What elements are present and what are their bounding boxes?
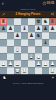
square-c7[interactable] bbox=[14, 25, 21, 32]
square-f7[interactable]: ♟ bbox=[35, 25, 42, 32]
square-g4[interactable] bbox=[42, 46, 49, 53]
square-d7[interactable]: ♝ bbox=[21, 25, 28, 32]
square-e8[interactable] bbox=[28, 18, 35, 25]
square-h1[interactable]: ♜ bbox=[49, 67, 56, 74]
square-f4[interactable] bbox=[35, 46, 42, 53]
square-a4[interactable] bbox=[0, 46, 7, 53]
square-b4[interactable] bbox=[7, 46, 14, 53]
task-band: 2 Hanging Pieces bbox=[0, 11, 56, 17]
turn-label: White to Move bbox=[0, 7, 56, 10]
black-pawn-e6[interactable]: ♟ bbox=[28, 32, 35, 39]
white-pawn-g2[interactable]: ♟ bbox=[42, 60, 49, 67]
square-g7[interactable]: ♟ bbox=[42, 25, 49, 32]
square-b7[interactable]: ♟ bbox=[7, 25, 14, 32]
chess-app: ‹ ⋯ 00:05 White to Move 2 Hanging Pieces… bbox=[0, 0, 56, 100]
white-rook-h1[interactable]: ♜ bbox=[49, 67, 56, 74]
pencil-icon[interactable] bbox=[2, 12, 5, 15]
black-pawn-f7[interactable]: ♟ bbox=[35, 25, 42, 32]
square-e7[interactable] bbox=[28, 25, 35, 32]
level-caption: Level 6 - Core Skills: Defenses bbox=[0, 82, 56, 84]
square-e4[interactable] bbox=[28, 46, 35, 53]
black-knight-f6[interactable]: ♞ bbox=[35, 32, 42, 39]
black-king-f8[interactable]: ♚ bbox=[35, 18, 42, 25]
square-d6[interactable] bbox=[21, 32, 28, 39]
square-f2[interactable]: ♟ bbox=[35, 60, 42, 67]
black-bishop-d7[interactable]: ♝ bbox=[21, 25, 28, 32]
square-h2[interactable]: ♟ bbox=[49, 60, 56, 67]
square-h5[interactable] bbox=[49, 39, 56, 46]
square-c2[interactable]: ♟ bbox=[14, 60, 21, 67]
square-d4[interactable] bbox=[21, 46, 28, 53]
square-a8[interactable]: ♜ bbox=[0, 18, 7, 25]
square-g2[interactable]: ♟ bbox=[42, 60, 49, 67]
square-e3[interactable]: ♛ bbox=[28, 53, 35, 60]
chess-board: ♜♚♞♜♟♟♝♟♟♟♟♟♞♝♝♛♞♟♟♟♟♟♟♚♜♜ bbox=[0, 18, 56, 74]
square-a6[interactable] bbox=[0, 32, 7, 39]
white-pawn-h2[interactable]: ♟ bbox=[49, 60, 56, 67]
black-pawn-g7[interactable]: ♟ bbox=[42, 25, 49, 32]
square-b3[interactable] bbox=[7, 53, 14, 60]
black-knight-g8[interactable]: ♞ bbox=[42, 18, 49, 25]
square-h7[interactable]: ♟ bbox=[49, 25, 56, 32]
white-king-c1[interactable]: ♚ bbox=[14, 67, 21, 74]
square-b6[interactable] bbox=[7, 32, 14, 39]
white-rook-d1[interactable]: ♜ bbox=[21, 67, 28, 74]
square-f8[interactable]: ♚ bbox=[35, 18, 42, 25]
square-c4[interactable]: ♝ bbox=[14, 46, 21, 53]
square-g6[interactable] bbox=[42, 32, 49, 39]
square-d2[interactable] bbox=[21, 60, 28, 67]
square-c3[interactable] bbox=[14, 53, 21, 60]
square-h8[interactable]: ♜ bbox=[49, 18, 56, 25]
black-rook-h8[interactable]: ♜ bbox=[49, 18, 56, 25]
square-h3[interactable] bbox=[49, 53, 56, 60]
skip-forward-button[interactable]: » bbox=[52, 75, 54, 80]
square-f3[interactable]: ♞ bbox=[35, 53, 42, 60]
square-e6[interactable]: ♟ bbox=[28, 32, 35, 39]
white-bishop-c4[interactable]: ♝ bbox=[14, 46, 21, 53]
square-b5[interactable] bbox=[7, 39, 14, 46]
square-a2[interactable]: ♟ bbox=[0, 60, 7, 67]
square-c1[interactable]: ♚ bbox=[14, 67, 21, 74]
white-pawn-f2[interactable]: ♟ bbox=[35, 60, 42, 67]
square-g5[interactable]: ♝ bbox=[42, 39, 49, 46]
black-pawn-c6[interactable]: ♟ bbox=[14, 32, 21, 39]
black-pawn-b7[interactable]: ♟ bbox=[7, 25, 14, 32]
black-pawn-a7[interactable]: ♟ bbox=[0, 25, 7, 32]
square-c8[interactable] bbox=[14, 18, 21, 25]
black-bishop-g5[interactable]: ♝ bbox=[42, 39, 49, 46]
white-knight-icon[interactable]: ♞ bbox=[2, 75, 6, 80]
square-g3[interactable] bbox=[42, 53, 49, 60]
clock-icon bbox=[43, 2, 46, 5]
square-f6[interactable]: ♞ bbox=[35, 32, 42, 39]
white-pawn-b2[interactable]: ♟ bbox=[7, 60, 14, 67]
square-a7[interactable]: ♟ bbox=[0, 25, 7, 32]
square-g8[interactable]: ♞ bbox=[42, 18, 49, 25]
square-b2[interactable]: ♟ bbox=[7, 60, 14, 67]
square-e5[interactable] bbox=[28, 39, 35, 46]
square-e2[interactable] bbox=[28, 60, 35, 67]
top-bar: ‹ ⋯ 00:05 bbox=[0, 0, 56, 7]
square-d1[interactable]: ♜ bbox=[21, 67, 28, 74]
black-pawn-h7[interactable]: ♟ bbox=[49, 25, 56, 32]
square-a1[interactable] bbox=[0, 67, 7, 74]
task-title: 2 Hanging Pieces bbox=[16, 12, 41, 15]
share-icon[interactable] bbox=[51, 12, 54, 15]
square-a3[interactable] bbox=[0, 53, 7, 60]
square-c5[interactable] bbox=[14, 39, 21, 46]
footer-bar: ♞ » bbox=[0, 74, 56, 82]
white-knight-f3[interactable]: ♞ bbox=[35, 53, 42, 60]
black-rook-a8[interactable]: ♜ bbox=[0, 18, 7, 25]
square-d3[interactable] bbox=[21, 53, 28, 60]
square-d5[interactable] bbox=[21, 39, 28, 46]
square-b8[interactable] bbox=[7, 18, 14, 25]
square-h4[interactable] bbox=[49, 46, 56, 53]
square-e1[interactable] bbox=[28, 67, 35, 74]
square-h6[interactable] bbox=[49, 32, 56, 39]
square-a5[interactable] bbox=[0, 39, 7, 46]
menu-dots-icon[interactable]: ⋯ bbox=[0, 2, 56, 5]
square-b1[interactable] bbox=[7, 67, 14, 74]
white-pawn-c2[interactable]: ♟ bbox=[14, 60, 21, 67]
square-g1[interactable] bbox=[42, 67, 49, 74]
white-queen-e3[interactable]: ♛ bbox=[28, 53, 35, 60]
white-pawn-a2[interactable]: ♟ bbox=[0, 60, 7, 67]
square-f5[interactable] bbox=[35, 39, 42, 46]
square-d8[interactable] bbox=[21, 18, 28, 25]
square-c6[interactable]: ♟ bbox=[14, 32, 21, 39]
square-f1[interactable] bbox=[35, 67, 42, 74]
